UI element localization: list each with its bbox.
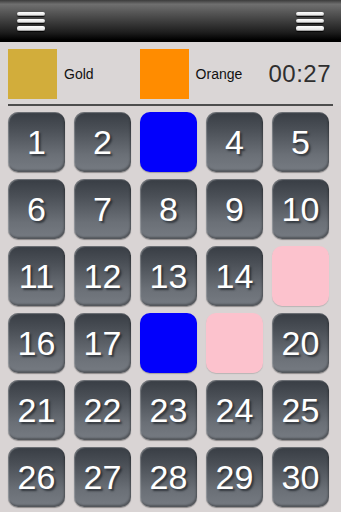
hamburger-bar [296,12,324,17]
tile-3[interactable] [140,112,197,172]
tile-2[interactable]: 2 [74,112,131,172]
tile-27[interactable]: 27 [74,447,131,507]
tile-9[interactable]: 9 [206,179,263,239]
tile-8[interactable]: 8 [140,179,197,239]
tile-11[interactable]: 11 [8,246,65,306]
hamburger-bar [296,19,324,24]
orange-label: Orange [196,66,243,82]
orange-color-swatch [140,49,189,99]
tile-18[interactable] [140,313,197,373]
gold-color-swatch [8,49,57,99]
tile-10[interactable]: 10 [272,179,329,239]
hamburger-bar [17,19,45,24]
tile-20[interactable]: 20 [272,313,329,373]
tile-23[interactable]: 23 [140,380,197,440]
game-board: 1245678910111213141617202122232425262728… [0,106,341,507]
gold-label: Gold [64,66,94,82]
tile-6[interactable]: 6 [8,179,65,239]
tile-22[interactable]: 22 [74,380,131,440]
tile-1[interactable]: 1 [8,112,65,172]
timer: 00:27 [268,60,331,88]
tile-14[interactable]: 14 [206,246,263,306]
tile-12[interactable]: 12 [74,246,131,306]
hamburger-bar [17,26,45,31]
tile-13[interactable]: 13 [140,246,197,306]
tile-24[interactable]: 24 [206,380,263,440]
tile-7[interactable]: 7 [74,179,131,239]
tile-5[interactable]: 5 [272,112,329,172]
top-bar [0,0,341,42]
tile-17[interactable]: 17 [74,313,131,373]
legend-bar: Gold Orange 00:27 [0,42,341,106]
tile-30[interactable]: 30 [272,447,329,507]
tile-16[interactable]: 16 [8,313,65,373]
right-menu-icon[interactable] [296,12,324,31]
tile-29[interactable]: 29 [206,447,263,507]
tile-26[interactable]: 26 [8,447,65,507]
tile-28[interactable]: 28 [140,447,197,507]
tile-21[interactable]: 21 [8,380,65,440]
hamburger-bar [17,12,45,17]
tile-19[interactable] [206,313,263,373]
hamburger-bar [296,26,324,31]
tile-25[interactable]: 25 [272,380,329,440]
tile-15[interactable] [272,246,329,306]
left-menu-icon[interactable] [17,12,45,31]
divider [8,104,333,106]
tile-4[interactable]: 4 [206,112,263,172]
